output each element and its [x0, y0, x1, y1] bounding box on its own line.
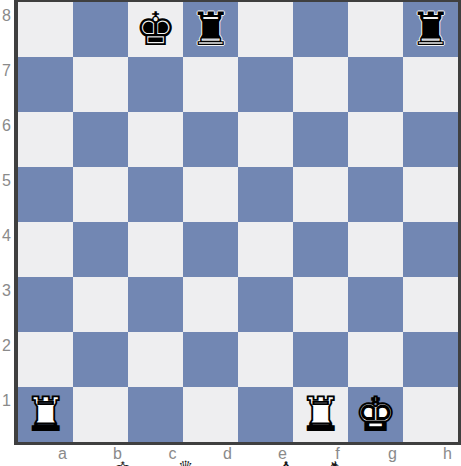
square-f2[interactable] — [293, 332, 348, 387]
square-c8[interactable]: ♚ — [128, 2, 183, 57]
square-a3[interactable] — [18, 277, 73, 332]
square-h3[interactable] — [403, 277, 458, 332]
square-a8[interactable] — [18, 2, 73, 57]
chess-diagram: ♚♜♜♜♜♚ 87654321 abcdefgh ♚♛♝♞ — [0, 0, 461, 466]
black-rook[interactable]: ♜ — [410, 2, 451, 57]
square-c6[interactable] — [128, 112, 183, 167]
square-d8[interactable]: ♜ — [183, 2, 238, 57]
square-d5[interactable] — [183, 167, 238, 222]
square-e4[interactable] — [238, 222, 293, 277]
square-a2[interactable] — [18, 332, 73, 387]
chess-board: ♚♜♜♜♜♚ — [14, 0, 461, 445]
black-rook[interactable]: ♜ — [190, 2, 231, 57]
square-e8[interactable] — [238, 2, 293, 57]
square-a4[interactable] — [18, 222, 73, 277]
square-f7[interactable] — [293, 57, 348, 112]
rank-label-4: 4 — [0, 227, 13, 245]
file-label-g: g — [375, 444, 410, 464]
rank-label-7: 7 — [0, 62, 13, 80]
square-b4[interactable] — [73, 222, 128, 277]
square-g8[interactable] — [348, 2, 403, 57]
square-f4[interactable] — [293, 222, 348, 277]
square-b1[interactable] — [73, 387, 128, 442]
square-g4[interactable] — [348, 222, 403, 277]
square-f5[interactable] — [293, 167, 348, 222]
square-b5[interactable] — [73, 167, 128, 222]
square-h4[interactable] — [403, 222, 458, 277]
square-e1[interactable] — [238, 387, 293, 442]
black-king[interactable]: ♚ — [135, 2, 176, 57]
square-h1[interactable] — [403, 387, 458, 442]
square-h8[interactable]: ♜ — [403, 2, 458, 57]
square-d3[interactable] — [183, 277, 238, 332]
square-b7[interactable] — [73, 57, 128, 112]
rank-label-1: 1 — [0, 392, 13, 410]
file-label-a: a — [45, 444, 80, 464]
square-b3[interactable] — [73, 277, 128, 332]
square-e3[interactable] — [238, 277, 293, 332]
square-d7[interactable] — [183, 57, 238, 112]
square-g7[interactable] — [348, 57, 403, 112]
clipped-piece-glyph: ♞ — [326, 459, 346, 466]
rank-label-6: 6 — [0, 117, 13, 135]
clipped-piece-glyph: ♚ — [112, 459, 134, 466]
square-h6[interactable] — [403, 112, 458, 167]
rank-label-5: 5 — [0, 172, 13, 190]
square-d2[interactable] — [183, 332, 238, 387]
file-label-h: h — [430, 444, 461, 464]
square-g3[interactable] — [348, 277, 403, 332]
square-f1[interactable]: ♜ — [293, 387, 348, 442]
square-f3[interactable] — [293, 277, 348, 332]
square-b8[interactable] — [73, 2, 128, 57]
square-c3[interactable] — [128, 277, 183, 332]
file-label-d: d — [210, 444, 245, 464]
square-g1[interactable]: ♚ — [348, 387, 403, 442]
square-e2[interactable] — [238, 332, 293, 387]
square-g5[interactable] — [348, 167, 403, 222]
square-h5[interactable] — [403, 167, 458, 222]
square-e6[interactable] — [238, 112, 293, 167]
square-a7[interactable] — [18, 57, 73, 112]
square-d4[interactable] — [183, 222, 238, 277]
white-rook[interactable]: ♜ — [25, 387, 66, 442]
clipped-piece-glyph: ♛ — [178, 459, 193, 466]
clipped-piece-glyph: ♝ — [277, 459, 295, 466]
square-a5[interactable] — [18, 167, 73, 222]
square-h2[interactable] — [403, 332, 458, 387]
square-e5[interactable] — [238, 167, 293, 222]
square-d1[interactable] — [183, 387, 238, 442]
white-rook[interactable]: ♜ — [300, 387, 341, 442]
rank-label-3: 3 — [0, 282, 13, 300]
square-c7[interactable] — [128, 57, 183, 112]
square-c4[interactable] — [128, 222, 183, 277]
square-b2[interactable] — [73, 332, 128, 387]
square-d6[interactable] — [183, 112, 238, 167]
square-h7[interactable] — [403, 57, 458, 112]
square-g2[interactable] — [348, 332, 403, 387]
square-c5[interactable] — [128, 167, 183, 222]
rank-label-8: 8 — [0, 7, 13, 25]
white-king[interactable]: ♚ — [355, 387, 396, 442]
square-a1[interactable]: ♜ — [18, 387, 73, 442]
square-f6[interactable] — [293, 112, 348, 167]
square-c2[interactable] — [128, 332, 183, 387]
square-e7[interactable] — [238, 57, 293, 112]
square-g6[interactable] — [348, 112, 403, 167]
square-c1[interactable] — [128, 387, 183, 442]
square-a6[interactable] — [18, 112, 73, 167]
rank-label-2: 2 — [0, 337, 13, 355]
square-f8[interactable] — [293, 2, 348, 57]
square-b6[interactable] — [73, 112, 128, 167]
